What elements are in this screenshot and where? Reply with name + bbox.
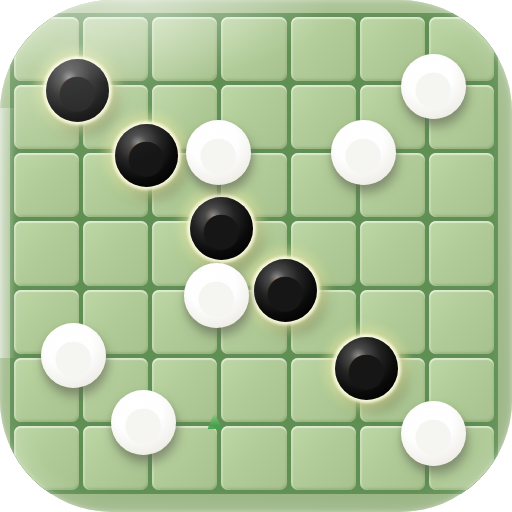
stone-glyph: ● <box>413 410 453 456</box>
stone-glyph: ● <box>196 272 236 318</box>
stone-glyph: ● <box>198 129 238 175</box>
white-stone: ● <box>331 120 396 185</box>
stone-glyph: ● <box>53 332 93 378</box>
white-stone: ● <box>401 401 466 466</box>
white-stone: ● <box>111 390 176 455</box>
stone-glyph: ● <box>123 399 163 445</box>
white-stone: ● <box>41 323 106 388</box>
stone-glyph: ● <box>343 129 383 175</box>
stone-glyph: ● <box>413 63 453 109</box>
stone-glyph: ● <box>346 345 386 391</box>
stone-glyph: ● <box>265 267 305 313</box>
white-stone: ● <box>184 263 249 328</box>
white-stone: ● <box>401 54 466 119</box>
black-stone: ● <box>335 337 398 400</box>
black-stone: ● <box>115 124 178 187</box>
black-stone: ● <box>254 259 317 322</box>
white-stone: ● <box>186 120 251 185</box>
stone-glyph: ● <box>57 67 97 113</box>
stone-glyph: ● <box>126 132 166 178</box>
stones-layer: ●●●●●●●●●●●● <box>0 0 512 512</box>
stone-glyph: ● <box>201 205 241 251</box>
black-stone: ● <box>46 59 109 122</box>
black-stone: ● <box>190 197 253 260</box>
gomoku-app-icon: ●●●●●●●●●●●● <box>0 0 512 512</box>
